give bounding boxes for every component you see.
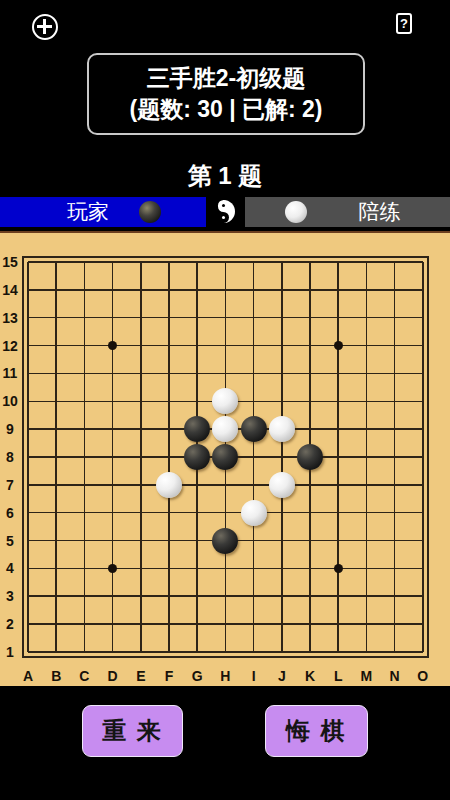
- col-label: M: [356, 667, 376, 685]
- restart-button[interactable]: 重 来: [82, 705, 183, 757]
- yin-yang-icon[interactable]: [212, 200, 235, 223]
- star-point-L4: [334, 564, 343, 573]
- black-stone-icon: [139, 201, 161, 223]
- grid-line-h: [28, 651, 423, 653]
- grid-line-h: [28, 595, 423, 597]
- problem-number-title: 第 1 题: [0, 160, 450, 192]
- plus-icon: [43, 19, 46, 34]
- add-circle-icon[interactable]: [32, 14, 58, 40]
- col-label: O: [413, 667, 433, 685]
- level-title-box[interactable]: 三手胜2-初级题 (题数: 30 | 已解: 2): [87, 53, 365, 135]
- col-label: J: [272, 667, 292, 685]
- grid-line-h: [28, 568, 423, 570]
- trainer-label: 陪练: [359, 198, 401, 226]
- grid-line-h: [28, 512, 423, 514]
- stone-white-J7: [269, 472, 295, 498]
- col-label: E: [131, 667, 151, 685]
- col-label: B: [46, 667, 66, 685]
- star-point-L12: [334, 341, 343, 350]
- stone-white-J9: [269, 416, 295, 442]
- stone-white-I6: [241, 500, 267, 526]
- row-label: 7: [0, 476, 20, 494]
- stone-black-H5: [212, 528, 238, 554]
- col-label: D: [103, 667, 123, 685]
- row-label: 6: [0, 504, 20, 522]
- grid-line-v: [281, 262, 283, 652]
- level-title: 三手胜2-初级题: [147, 66, 305, 91]
- row-label: 9: [0, 420, 20, 438]
- row-label: 12: [0, 337, 20, 355]
- row-label: 11: [0, 364, 20, 382]
- grid-line-v: [394, 262, 396, 652]
- col-label: K: [300, 667, 320, 685]
- row-label: 2: [0, 615, 20, 633]
- player-black-panel: 玩家: [0, 197, 206, 227]
- help-icon[interactable]: ?: [396, 13, 412, 34]
- col-label: L: [328, 667, 348, 685]
- grid-line-v: [253, 262, 255, 652]
- row-label: 4: [0, 559, 20, 577]
- grid-line-v: [422, 262, 424, 652]
- undo-button[interactable]: 悔 棋: [265, 705, 368, 757]
- col-label: I: [244, 667, 264, 685]
- trainer-white-panel: 陪练: [245, 197, 450, 227]
- row-label: 1: [0, 643, 20, 661]
- row-label: 10: [0, 392, 20, 410]
- row-label: 15: [0, 253, 20, 271]
- grid-line-h: [28, 484, 423, 486]
- col-label: A: [18, 667, 38, 685]
- player-label: 玩家: [67, 198, 109, 226]
- stone-black-G8: [184, 444, 210, 470]
- help-icon-label: ?: [400, 16, 408, 31]
- stone-black-I9: [241, 416, 267, 442]
- white-stone-icon: [285, 201, 307, 223]
- col-label: F: [159, 667, 179, 685]
- grid-line-v: [337, 262, 339, 652]
- col-label: N: [385, 667, 405, 685]
- row-label: 5: [0, 532, 20, 550]
- col-label: G: [187, 667, 207, 685]
- row-label: 8: [0, 448, 20, 466]
- level-stats: (题数: 30 | 已解: 2): [129, 97, 322, 122]
- star-point-D4: [108, 564, 117, 573]
- row-label: 14: [0, 281, 20, 299]
- goban[interactable]: 15A14B13C12D11E10F9G8H7I6J5K4L3M2N1O: [0, 231, 450, 686]
- grid-line-h: [28, 623, 423, 625]
- grid-line-v: [366, 262, 368, 652]
- col-label: H: [215, 667, 235, 685]
- col-label: C: [74, 667, 94, 685]
- stone-white-F7: [156, 472, 182, 498]
- row-label: 3: [0, 587, 20, 605]
- row-label: 13: [0, 309, 20, 327]
- stone-black-K8: [297, 444, 323, 470]
- app-screen: ? 三手胜2-初级题 (题数: 30 | 已解: 2) 第 1 题 玩家 陪练 …: [0, 0, 450, 800]
